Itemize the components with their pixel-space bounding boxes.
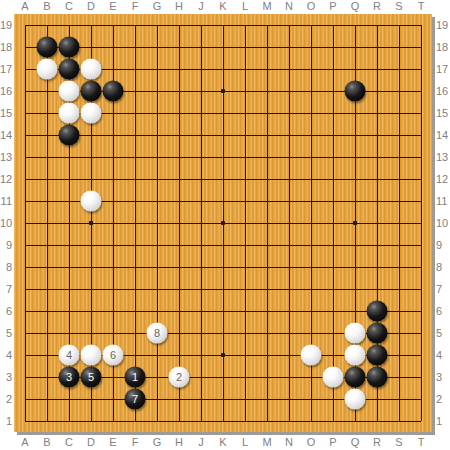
- intersection[interactable]: [234, 256, 256, 278]
- intersection[interactable]: [256, 366, 278, 388]
- intersection[interactable]: [388, 256, 410, 278]
- intersection[interactable]: [410, 14, 432, 36]
- intersection[interactable]: [366, 410, 388, 432]
- intersection[interactable]: [124, 14, 146, 36]
- intersection[interactable]: [410, 102, 432, 124]
- intersection[interactable]: [36, 322, 58, 344]
- intersection[interactable]: [410, 366, 432, 388]
- intersection[interactable]: [190, 212, 212, 234]
- intersection[interactable]: [410, 168, 432, 190]
- intersection[interactable]: [168, 168, 190, 190]
- intersection[interactable]: [366, 322, 388, 344]
- intersection[interactable]: [102, 36, 124, 58]
- intersection[interactable]: [124, 58, 146, 80]
- intersection[interactable]: [366, 300, 388, 322]
- intersection[interactable]: [256, 14, 278, 36]
- intersection[interactable]: [234, 80, 256, 102]
- intersection[interactable]: [322, 190, 344, 212]
- intersection[interactable]: [168, 124, 190, 146]
- intersection[interactable]: [256, 278, 278, 300]
- intersection[interactable]: [58, 190, 80, 212]
- intersection[interactable]: [124, 300, 146, 322]
- intersection[interactable]: [322, 366, 344, 388]
- intersection[interactable]: [212, 410, 234, 432]
- intersection[interactable]: [256, 344, 278, 366]
- intersection[interactable]: [80, 410, 102, 432]
- intersection[interactable]: [278, 256, 300, 278]
- intersection[interactable]: 6: [102, 344, 124, 366]
- intersection[interactable]: [410, 58, 432, 80]
- intersection[interactable]: [344, 388, 366, 410]
- intersection[interactable]: [124, 190, 146, 212]
- intersection[interactable]: [212, 80, 234, 102]
- intersection[interactable]: 1: [124, 366, 146, 388]
- intersection[interactable]: [322, 344, 344, 366]
- intersection[interactable]: [256, 124, 278, 146]
- intersection[interactable]: [278, 234, 300, 256]
- intersection[interactable]: [58, 36, 80, 58]
- intersection[interactable]: [234, 168, 256, 190]
- intersection[interactable]: [278, 58, 300, 80]
- intersection[interactable]: [124, 124, 146, 146]
- intersection[interactable]: [256, 36, 278, 58]
- intersection[interactable]: [14, 344, 36, 366]
- intersection[interactable]: [36, 366, 58, 388]
- intersection[interactable]: [102, 168, 124, 190]
- intersection[interactable]: [102, 322, 124, 344]
- intersection[interactable]: [234, 124, 256, 146]
- intersection[interactable]: [58, 234, 80, 256]
- intersection[interactable]: [36, 14, 58, 36]
- intersection[interactable]: [212, 300, 234, 322]
- intersection[interactable]: [168, 102, 190, 124]
- intersection[interactable]: [322, 102, 344, 124]
- intersection[interactable]: [124, 146, 146, 168]
- intersection[interactable]: [146, 344, 168, 366]
- intersection[interactable]: [190, 388, 212, 410]
- intersection[interactable]: [344, 366, 366, 388]
- intersection[interactable]: [102, 102, 124, 124]
- intersection[interactable]: [212, 102, 234, 124]
- intersection[interactable]: [14, 322, 36, 344]
- intersection[interactable]: [14, 366, 36, 388]
- intersection[interactable]: [234, 14, 256, 36]
- intersection[interactable]: [212, 256, 234, 278]
- intersection[interactable]: [58, 146, 80, 168]
- intersection[interactable]: [168, 256, 190, 278]
- intersection[interactable]: [58, 410, 80, 432]
- intersection[interactable]: [14, 278, 36, 300]
- intersection[interactable]: [80, 388, 102, 410]
- intersection[interactable]: [388, 344, 410, 366]
- intersection[interactable]: 4: [58, 344, 80, 366]
- intersection[interactable]: [322, 168, 344, 190]
- intersection[interactable]: [190, 80, 212, 102]
- intersection[interactable]: [234, 410, 256, 432]
- intersection[interactable]: [410, 212, 432, 234]
- intersection[interactable]: [102, 190, 124, 212]
- intersection[interactable]: [278, 36, 300, 58]
- intersection[interactable]: [410, 410, 432, 432]
- intersection[interactable]: [14, 124, 36, 146]
- intersection[interactable]: [388, 410, 410, 432]
- intersection[interactable]: [146, 14, 168, 36]
- intersection[interactable]: [80, 344, 102, 366]
- intersection[interactable]: [322, 124, 344, 146]
- intersection[interactable]: [278, 102, 300, 124]
- intersection[interactable]: [36, 124, 58, 146]
- intersection[interactable]: [410, 36, 432, 58]
- intersection[interactable]: [58, 80, 80, 102]
- intersection[interactable]: [388, 58, 410, 80]
- intersection[interactable]: [212, 36, 234, 58]
- intersection[interactable]: [300, 256, 322, 278]
- intersection[interactable]: [322, 300, 344, 322]
- intersection[interactable]: [256, 388, 278, 410]
- intersection[interactable]: [388, 80, 410, 102]
- intersection[interactable]: [14, 190, 36, 212]
- intersection[interactable]: [344, 36, 366, 58]
- intersection[interactable]: [102, 124, 124, 146]
- intersection[interactable]: [278, 322, 300, 344]
- intersection[interactable]: [14, 256, 36, 278]
- intersection[interactable]: [300, 190, 322, 212]
- intersection[interactable]: [146, 212, 168, 234]
- intersection[interactable]: [58, 102, 80, 124]
- intersection[interactable]: [146, 410, 168, 432]
- intersection[interactable]: [124, 344, 146, 366]
- intersection[interactable]: [388, 124, 410, 146]
- intersection[interactable]: [168, 58, 190, 80]
- intersection[interactable]: [300, 322, 322, 344]
- intersection[interactable]: [146, 168, 168, 190]
- intersection[interactable]: [300, 410, 322, 432]
- intersection[interactable]: [14, 388, 36, 410]
- intersection[interactable]: [212, 322, 234, 344]
- intersection[interactable]: [80, 14, 102, 36]
- intersection[interactable]: [234, 278, 256, 300]
- intersection[interactable]: [102, 146, 124, 168]
- intersection[interactable]: [300, 366, 322, 388]
- intersection[interactable]: [190, 366, 212, 388]
- intersection[interactable]: [36, 256, 58, 278]
- intersection[interactable]: [14, 234, 36, 256]
- intersection[interactable]: [366, 256, 388, 278]
- intersection[interactable]: [410, 388, 432, 410]
- intersection[interactable]: [80, 168, 102, 190]
- intersection[interactable]: [344, 278, 366, 300]
- intersection[interactable]: [80, 190, 102, 212]
- intersection[interactable]: [322, 388, 344, 410]
- intersection[interactable]: [36, 36, 58, 58]
- intersection[interactable]: [80, 278, 102, 300]
- intersection[interactable]: [322, 410, 344, 432]
- intersection[interactable]: [366, 80, 388, 102]
- intersection[interactable]: [256, 256, 278, 278]
- intersection[interactable]: [80, 300, 102, 322]
- intersection[interactable]: [14, 102, 36, 124]
- intersection[interactable]: [190, 58, 212, 80]
- intersection[interactable]: [190, 102, 212, 124]
- intersection[interactable]: [344, 410, 366, 432]
- intersection[interactable]: [124, 36, 146, 58]
- intersection[interactable]: [124, 278, 146, 300]
- intersection[interactable]: [366, 366, 388, 388]
- intersection[interactable]: [322, 256, 344, 278]
- intersection[interactable]: [322, 278, 344, 300]
- intersection[interactable]: [36, 80, 58, 102]
- intersection[interactable]: [344, 80, 366, 102]
- intersection[interactable]: [80, 124, 102, 146]
- intersection[interactable]: [322, 80, 344, 102]
- intersection[interactable]: [344, 322, 366, 344]
- intersection[interactable]: [366, 388, 388, 410]
- intersection[interactable]: [80, 80, 102, 102]
- intersection[interactable]: [234, 366, 256, 388]
- intersection[interactable]: [344, 146, 366, 168]
- intersection[interactable]: [58, 168, 80, 190]
- intersection[interactable]: [410, 344, 432, 366]
- intersection[interactable]: [256, 146, 278, 168]
- intersection[interactable]: [212, 168, 234, 190]
- intersection[interactable]: [14, 80, 36, 102]
- intersection[interactable]: [36, 146, 58, 168]
- intersection[interactable]: [80, 58, 102, 80]
- intersection[interactable]: [278, 14, 300, 36]
- intersection[interactable]: [36, 344, 58, 366]
- intersection[interactable]: [212, 212, 234, 234]
- intersection[interactable]: [190, 410, 212, 432]
- intersection[interactable]: [36, 102, 58, 124]
- intersection[interactable]: [124, 322, 146, 344]
- intersection[interactable]: [388, 146, 410, 168]
- intersection[interactable]: [344, 102, 366, 124]
- intersection[interactable]: [410, 322, 432, 344]
- intersection[interactable]: [344, 124, 366, 146]
- intersection[interactable]: [278, 366, 300, 388]
- intersection[interactable]: [102, 366, 124, 388]
- intersection[interactable]: [80, 256, 102, 278]
- intersection[interactable]: [212, 14, 234, 36]
- intersection[interactable]: [168, 322, 190, 344]
- intersection[interactable]: [168, 388, 190, 410]
- intersection[interactable]: [366, 146, 388, 168]
- intersection[interactable]: [410, 124, 432, 146]
- intersection[interactable]: [80, 36, 102, 58]
- intersection[interactable]: [168, 212, 190, 234]
- intersection[interactable]: [124, 234, 146, 256]
- intersection[interactable]: [388, 212, 410, 234]
- intersection[interactable]: [256, 322, 278, 344]
- intersection[interactable]: [300, 36, 322, 58]
- intersection[interactable]: [146, 190, 168, 212]
- intersection[interactable]: [322, 212, 344, 234]
- intersection[interactable]: [146, 102, 168, 124]
- intersection[interactable]: [388, 14, 410, 36]
- intersection[interactable]: [36, 168, 58, 190]
- intersection[interactable]: [102, 388, 124, 410]
- intersection[interactable]: [322, 36, 344, 58]
- intersection[interactable]: [256, 190, 278, 212]
- intersection[interactable]: [190, 300, 212, 322]
- intersection[interactable]: [234, 300, 256, 322]
- intersection[interactable]: [300, 388, 322, 410]
- intersection[interactable]: [124, 212, 146, 234]
- intersection[interactable]: [388, 102, 410, 124]
- intersection[interactable]: [36, 212, 58, 234]
- intersection[interactable]: [102, 300, 124, 322]
- intersection[interactable]: [256, 102, 278, 124]
- intersection[interactable]: [300, 234, 322, 256]
- intersection[interactable]: [366, 212, 388, 234]
- intersection[interactable]: [322, 322, 344, 344]
- intersection[interactable]: [58, 124, 80, 146]
- intersection[interactable]: [168, 36, 190, 58]
- intersection[interactable]: [278, 388, 300, 410]
- intersection[interactable]: [124, 410, 146, 432]
- intersection[interactable]: [256, 212, 278, 234]
- intersection[interactable]: [234, 212, 256, 234]
- intersection[interactable]: [366, 124, 388, 146]
- intersection[interactable]: [58, 58, 80, 80]
- intersection[interactable]: [300, 344, 322, 366]
- intersection[interactable]: [256, 300, 278, 322]
- intersection[interactable]: [14, 146, 36, 168]
- intersection[interactable]: [58, 278, 80, 300]
- intersection[interactable]: [212, 344, 234, 366]
- intersection[interactable]: [300, 14, 322, 36]
- intersection[interactable]: [344, 256, 366, 278]
- intersection[interactable]: [36, 58, 58, 80]
- intersection[interactable]: [14, 58, 36, 80]
- intersection[interactable]: [102, 80, 124, 102]
- intersection[interactable]: [366, 102, 388, 124]
- intersection[interactable]: [300, 300, 322, 322]
- intersection[interactable]: [190, 344, 212, 366]
- intersection[interactable]: [102, 14, 124, 36]
- intersection[interactable]: [190, 124, 212, 146]
- intersection[interactable]: [300, 102, 322, 124]
- intersection[interactable]: [256, 80, 278, 102]
- intersection[interactable]: [146, 278, 168, 300]
- intersection[interactable]: [366, 190, 388, 212]
- intersection[interactable]: [388, 234, 410, 256]
- intersection[interactable]: [80, 322, 102, 344]
- intersection[interactable]: [146, 300, 168, 322]
- intersection[interactable]: [102, 58, 124, 80]
- intersection[interactable]: [388, 322, 410, 344]
- intersection[interactable]: [146, 234, 168, 256]
- intersection[interactable]: [14, 300, 36, 322]
- intersection[interactable]: [168, 344, 190, 366]
- intersection[interactable]: 3: [58, 366, 80, 388]
- intersection[interactable]: [322, 58, 344, 80]
- intersection[interactable]: 2: [168, 366, 190, 388]
- intersection[interactable]: [146, 58, 168, 80]
- intersection[interactable]: [256, 234, 278, 256]
- intersection[interactable]: [234, 190, 256, 212]
- intersection[interactable]: 5: [80, 366, 102, 388]
- intersection[interactable]: [234, 388, 256, 410]
- intersection[interactable]: [256, 410, 278, 432]
- intersection[interactable]: [300, 146, 322, 168]
- intersection[interactable]: [388, 366, 410, 388]
- intersection[interactable]: [146, 388, 168, 410]
- intersection[interactable]: [190, 168, 212, 190]
- intersection[interactable]: [344, 234, 366, 256]
- intersection[interactable]: [322, 14, 344, 36]
- intersection[interactable]: [190, 278, 212, 300]
- intersection[interactable]: [80, 102, 102, 124]
- intersection[interactable]: [256, 168, 278, 190]
- intersection[interactable]: [388, 36, 410, 58]
- intersection[interactable]: [14, 36, 36, 58]
- intersection[interactable]: [212, 366, 234, 388]
- intersection[interactable]: [256, 58, 278, 80]
- intersection[interactable]: [102, 278, 124, 300]
- intersection[interactable]: [388, 278, 410, 300]
- intersection[interactable]: [36, 234, 58, 256]
- intersection[interactable]: [80, 146, 102, 168]
- intersection[interactable]: [146, 256, 168, 278]
- intersection[interactable]: [58, 14, 80, 36]
- intersection[interactable]: [58, 322, 80, 344]
- intersection[interactable]: [36, 190, 58, 212]
- intersection[interactable]: [366, 14, 388, 36]
- intersection[interactable]: [234, 322, 256, 344]
- intersection[interactable]: [102, 410, 124, 432]
- intersection[interactable]: [146, 366, 168, 388]
- intersection[interactable]: [102, 212, 124, 234]
- intersection[interactable]: [278, 410, 300, 432]
- intersection[interactable]: [124, 168, 146, 190]
- intersection[interactable]: [366, 344, 388, 366]
- intersection[interactable]: [344, 168, 366, 190]
- intersection[interactable]: [168, 14, 190, 36]
- intersection[interactable]: [344, 14, 366, 36]
- intersection[interactable]: [300, 80, 322, 102]
- intersection[interactable]: [212, 190, 234, 212]
- intersection[interactable]: [102, 234, 124, 256]
- intersection[interactable]: [168, 190, 190, 212]
- intersection[interactable]: [278, 212, 300, 234]
- intersection[interactable]: [190, 14, 212, 36]
- intersection[interactable]: [124, 80, 146, 102]
- intersection[interactable]: [102, 256, 124, 278]
- intersection[interactable]: [366, 234, 388, 256]
- intersection[interactable]: [322, 234, 344, 256]
- intersection[interactable]: [36, 388, 58, 410]
- intersection[interactable]: [190, 190, 212, 212]
- intersection[interactable]: [146, 146, 168, 168]
- intersection[interactable]: [168, 300, 190, 322]
- intersection[interactable]: [168, 234, 190, 256]
- intersection[interactable]: [300, 212, 322, 234]
- intersection[interactable]: [146, 80, 168, 102]
- intersection[interactable]: [366, 36, 388, 58]
- intersection[interactable]: [278, 124, 300, 146]
- intersection[interactable]: [58, 256, 80, 278]
- intersection[interactable]: 8: [146, 322, 168, 344]
- intersection[interactable]: [234, 344, 256, 366]
- intersection[interactable]: [168, 278, 190, 300]
- intersection[interactable]: [212, 234, 234, 256]
- intersection[interactable]: [234, 234, 256, 256]
- intersection[interactable]: [300, 168, 322, 190]
- intersection[interactable]: [388, 168, 410, 190]
- intersection[interactable]: [300, 58, 322, 80]
- intersection[interactable]: [14, 410, 36, 432]
